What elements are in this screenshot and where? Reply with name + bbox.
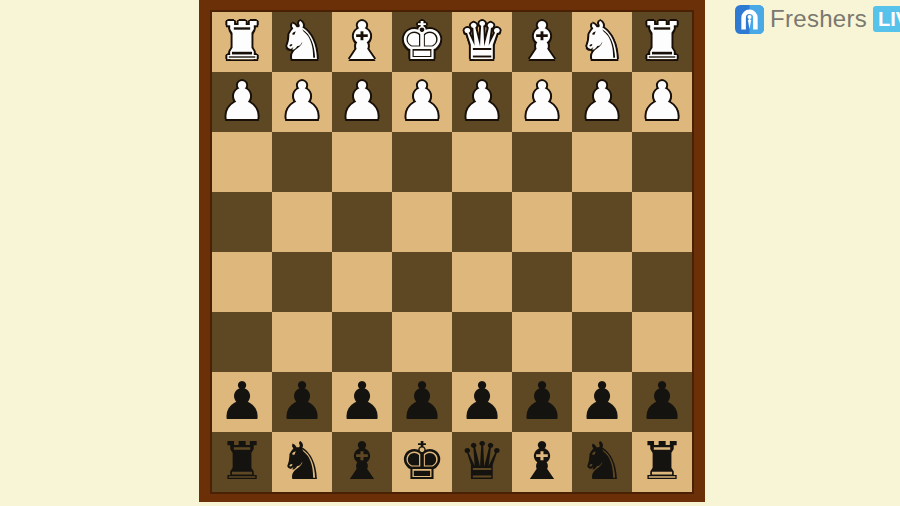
square-h5[interactable]: [212, 252, 272, 312]
square-a3[interactable]: [632, 132, 692, 192]
square-c7[interactable]: ♟: [512, 372, 572, 432]
square-g6[interactable]: [272, 312, 332, 372]
square-d5[interactable]: [452, 252, 512, 312]
black-king-piece: ♚: [399, 435, 446, 487]
black-rook-piece: ♜: [219, 435, 266, 487]
square-g8[interactable]: ♞: [272, 432, 332, 492]
square-a7[interactable]: ♟: [632, 372, 692, 432]
square-c6[interactable]: [512, 312, 572, 372]
square-a4[interactable]: [632, 192, 692, 252]
square-c2[interactable]: ♟: [512, 72, 572, 132]
black-pawn-piece: ♟: [459, 375, 506, 427]
white-pawn-piece: ♟: [639, 75, 686, 127]
logo-brand-text: Freshers: [770, 7, 867, 31]
square-f3[interactable]: [332, 132, 392, 192]
square-b2[interactable]: ♟: [572, 72, 632, 132]
square-b1[interactable]: ♞: [572, 12, 632, 72]
square-e1[interactable]: ♚: [392, 12, 452, 72]
square-h4[interactable]: [212, 192, 272, 252]
square-h7[interactable]: ♟: [212, 372, 272, 432]
square-g4[interactable]: [272, 192, 332, 252]
square-g5[interactable]: [272, 252, 332, 312]
white-pawn-piece: ♟: [459, 75, 506, 127]
square-c8[interactable]: ♝: [512, 432, 572, 492]
square-d4[interactable]: [452, 192, 512, 252]
square-f6[interactable]: [332, 312, 392, 372]
square-f7[interactable]: ♟: [332, 372, 392, 432]
black-pawn-piece: ♟: [339, 375, 386, 427]
square-d8[interactable]: ♛: [452, 432, 512, 492]
black-knight-piece: ♞: [579, 435, 626, 487]
white-knight-piece: ♞: [279, 15, 326, 67]
square-h2[interactable]: ♟: [212, 72, 272, 132]
white-bishop-piece: ♝: [339, 15, 386, 67]
square-h1[interactable]: ♜: [212, 12, 272, 72]
chess-board: ♜♞♝♚♛♝♞♜♟♟♟♟♟♟♟♟♟♟♟♟♟♟♟♟♜♞♝♚♛♝♞♜: [210, 10, 694, 494]
white-pawn-piece: ♟: [519, 75, 566, 127]
square-b7[interactable]: ♟: [572, 372, 632, 432]
black-bishop-piece: ♝: [339, 435, 386, 487]
white-king-piece: ♚: [399, 15, 446, 67]
white-pawn-piece: ♟: [279, 75, 326, 127]
square-e2[interactable]: ♟: [392, 72, 452, 132]
fresherslive-logo[interactable]: Freshers LIVE: [735, 4, 900, 34]
square-d2[interactable]: ♟: [452, 72, 512, 132]
white-knight-piece: ♞: [579, 15, 626, 67]
square-e5[interactable]: [392, 252, 452, 312]
square-b4[interactable]: [572, 192, 632, 252]
square-e3[interactable]: [392, 132, 452, 192]
square-b5[interactable]: [572, 252, 632, 312]
black-queen-piece: ♛: [459, 435, 506, 487]
square-f1[interactable]: ♝: [332, 12, 392, 72]
square-a5[interactable]: [632, 252, 692, 312]
square-a8[interactable]: ♜: [632, 432, 692, 492]
square-f8[interactable]: ♝: [332, 432, 392, 492]
square-h6[interactable]: [212, 312, 272, 372]
square-a6[interactable]: [632, 312, 692, 372]
square-c1[interactable]: ♝: [512, 12, 572, 72]
white-pawn-piece: ♟: [339, 75, 386, 127]
square-c3[interactable]: [512, 132, 572, 192]
person-with-tie-icon: [735, 5, 764, 34]
square-h8[interactable]: ♜: [212, 432, 272, 492]
logo-live-badge: LIVE: [873, 6, 900, 32]
square-d1[interactable]: ♛: [452, 12, 512, 72]
square-e8[interactable]: ♚: [392, 432, 452, 492]
square-a2[interactable]: ♟: [632, 72, 692, 132]
square-d3[interactable]: [452, 132, 512, 192]
square-e4[interactable]: [392, 192, 452, 252]
square-g3[interactable]: [272, 132, 332, 192]
black-bishop-piece: ♝: [519, 435, 566, 487]
square-d6[interactable]: [452, 312, 512, 372]
square-f2[interactable]: ♟: [332, 72, 392, 132]
black-pawn-piece: ♟: [579, 375, 626, 427]
white-bishop-piece: ♝: [519, 15, 566, 67]
square-f5[interactable]: [332, 252, 392, 312]
black-pawn-piece: ♟: [519, 375, 566, 427]
page-background: ♜♞♝♚♛♝♞♜♟♟♟♟♟♟♟♟♟♟♟♟♟♟♟♟♜♞♝♚♛♝♞♜ Fresher…: [0, 0, 900, 506]
square-e7[interactable]: ♟: [392, 372, 452, 432]
square-c5[interactable]: [512, 252, 572, 312]
square-b3[interactable]: [572, 132, 632, 192]
square-h3[interactable]: [212, 132, 272, 192]
square-g1[interactable]: ♞: [272, 12, 332, 72]
square-b8[interactable]: ♞: [572, 432, 632, 492]
white-pawn-piece: ♟: [579, 75, 626, 127]
white-queen-piece: ♛: [459, 15, 506, 67]
black-rook-piece: ♜: [639, 435, 686, 487]
square-g2[interactable]: ♟: [272, 72, 332, 132]
square-e6[interactable]: [392, 312, 452, 372]
chess-board-frame: ♜♞♝♚♛♝♞♜♟♟♟♟♟♟♟♟♟♟♟♟♟♟♟♟♜♞♝♚♛♝♞♜: [199, 0, 705, 502]
black-pawn-piece: ♟: [639, 375, 686, 427]
black-knight-piece: ♞: [279, 435, 326, 487]
square-g7[interactable]: ♟: [272, 372, 332, 432]
white-pawn-piece: ♟: [399, 75, 446, 127]
square-a1[interactable]: ♜: [632, 12, 692, 72]
white-pawn-piece: ♟: [219, 75, 266, 127]
square-c4[interactable]: [512, 192, 572, 252]
black-pawn-piece: ♟: [279, 375, 326, 427]
square-b6[interactable]: [572, 312, 632, 372]
square-d7[interactable]: ♟: [452, 372, 512, 432]
white-rook-piece: ♜: [639, 15, 686, 67]
square-f4[interactable]: [332, 192, 392, 252]
black-pawn-piece: ♟: [399, 375, 446, 427]
black-pawn-piece: ♟: [219, 375, 266, 427]
white-rook-piece: ♜: [219, 15, 266, 67]
